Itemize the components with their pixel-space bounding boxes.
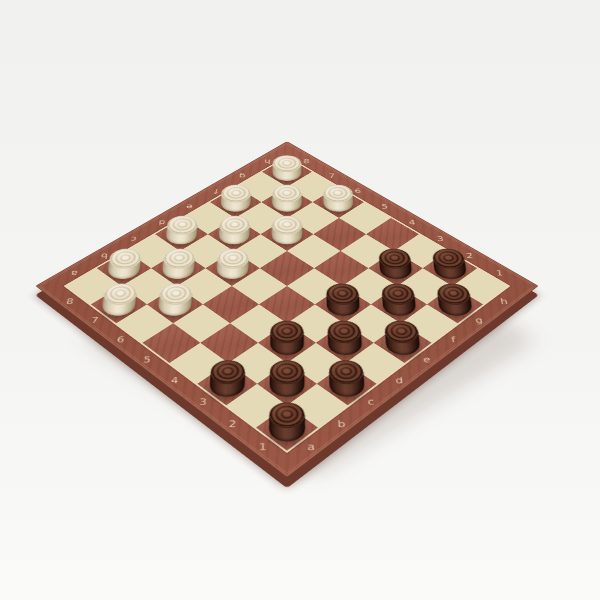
- square-g1[interactable]: [427, 286, 483, 323]
- checker-top-face: [270, 320, 304, 343]
- coord-rank-8-far-edge: 8: [303, 158, 309, 164]
- checker-cylinder: [158, 283, 193, 315]
- checker-top-face: [217, 248, 249, 268]
- checker-side-wall: [270, 331, 304, 354]
- coord-file-c-far-edge: c: [131, 235, 138, 242]
- checker-top-face: [159, 283, 193, 304]
- coord-rank-2-near-edge: 2: [228, 419, 236, 428]
- checker-shadow: [88, 288, 149, 328]
- checker-cylinder: [272, 184, 302, 211]
- checker-side-wall: [385, 331, 421, 354]
- square-e2[interactable]: [344, 304, 401, 342]
- checker-cylinder: [161, 248, 195, 278]
- square-b4[interactable]: [200, 323, 258, 363]
- coord-file-c-near-edge: c: [368, 397, 375, 406]
- coord-rank-5-near-edge: 5: [143, 355, 151, 363]
- board-frame: 8877665544332211hhggffeeddccbbaa: [35, 141, 538, 477]
- square-a1[interactable]: [256, 405, 318, 450]
- checker-cylinder: [384, 320, 421, 354]
- checker-side-wall: [269, 415, 305, 441]
- square-f2[interactable]: [371, 286, 427, 323]
- checker-shadow: [369, 288, 430, 328]
- checker-shadow: [313, 288, 374, 328]
- checker-top-face: [272, 215, 303, 234]
- coord-file-a-far-edge: a: [71, 269, 79, 276]
- checker-top-face: [272, 184, 302, 202]
- square-e1[interactable]: [374, 323, 432, 363]
- checker-top-face: [436, 283, 471, 304]
- coord-rank-1-far-edge: 1: [495, 269, 503, 276]
- checker-shadow: [425, 288, 486, 328]
- checker-cylinder: [209, 360, 245, 397]
- checker-top-face: [329, 360, 364, 384]
- checker-top-face: [210, 360, 245, 384]
- checker-cylinder: [107, 248, 143, 278]
- square-b3[interactable]: [228, 343, 287, 384]
- checker-cylinder: [326, 283, 360, 315]
- coord-rank-6-far-edge: 6: [354, 188, 361, 194]
- checker-top-face: [323, 184, 353, 202]
- checker-side-wall: [101, 294, 137, 316]
- square-a3[interactable]: [197, 363, 257, 405]
- square-f1[interactable]: [401, 304, 458, 342]
- checker-top-face: [327, 320, 361, 343]
- square-a6[interactable]: [116, 304, 173, 342]
- checker-cylinder: [327, 320, 362, 354]
- coord-rank-7-far-edge: 7: [328, 173, 335, 179]
- checker-cylinder: [436, 283, 473, 315]
- checker-shadow: [254, 408, 321, 457]
- checker-shadow: [314, 326, 376, 369]
- checker-cylinder: [270, 360, 305, 397]
- square-c2[interactable]: [287, 343, 346, 384]
- checker-cylinder: [272, 155, 301, 180]
- coord-file-g-far-edge: g: [239, 173, 246, 179]
- checker-cylinder: [323, 184, 354, 211]
- square-c1[interactable]: [317, 363, 377, 405]
- checker-cylinder: [270, 320, 304, 354]
- board-3d: 8877665544332211hhggffeeddccbbaa: [35, 141, 538, 477]
- coord-rank-5-far-edge: 5: [381, 203, 388, 209]
- coord-file-h-near-edge: h: [500, 298, 508, 305]
- checker-shadow: [144, 288, 205, 328]
- checker-top-face: [378, 248, 411, 268]
- square-d3[interactable]: [287, 304, 344, 342]
- checker-cylinder: [218, 215, 250, 243]
- square-c5[interactable]: [203, 286, 259, 323]
- checker-top-face: [273, 155, 302, 172]
- checker-cylinder: [220, 184, 251, 211]
- checker-top-face: [269, 402, 305, 428]
- coord-rank-3-far-edge: 3: [436, 235, 444, 242]
- coord-file-a-near-edge: a: [308, 442, 316, 451]
- checker-side-wall: [382, 294, 417, 316]
- square-a7[interactable]: [91, 286, 147, 323]
- checker-cylinder: [378, 248, 412, 278]
- checker-top-face: [432, 248, 466, 268]
- checker-side-wall: [329, 372, 365, 397]
- checker-side-wall: [209, 372, 245, 397]
- checker-top-face: [103, 283, 138, 304]
- perspective-camera: 8877665544332211hhggffeeddccbbaa: [0, 0, 600, 600]
- checker-top-face: [326, 283, 359, 304]
- checker-cylinder: [269, 402, 305, 441]
- coord-rank-6-near-edge: 6: [116, 336, 124, 344]
- checker-top-face: [219, 215, 250, 234]
- square-a4[interactable]: [169, 343, 228, 384]
- coord-file-h-far-edge: h: [265, 158, 271, 164]
- coord-rank-1-near-edge: 1: [258, 442, 266, 451]
- coord-file-b-near-edge: b: [338, 419, 346, 428]
- checker-cylinder: [432, 248, 468, 278]
- checker-cylinder: [165, 215, 198, 243]
- coord-file-g-near-edge: g: [475, 316, 483, 324]
- checker-top-face: [221, 184, 251, 202]
- coord-rank-8-near-edge: 8: [65, 298, 73, 305]
- coord-rank-2-far-edge: 2: [465, 252, 473, 259]
- checker-top-face: [270, 360, 305, 384]
- square-b6[interactable]: [147, 286, 203, 323]
- coord-file-d-far-edge: d: [159, 219, 166, 225]
- square-b1[interactable]: [287, 384, 348, 428]
- square-c4[interactable]: [230, 304, 287, 342]
- checker-side-wall: [437, 294, 473, 316]
- coord-file-f-near-edge: f: [451, 336, 456, 344]
- coord-rank-7-near-edge: 7: [90, 316, 98, 324]
- scene: 8877665544332211hhggffeeddccbbaa: [0, 0, 600, 600]
- checker-shadow: [372, 326, 434, 369]
- checker-shadow: [256, 326, 318, 369]
- coord-rank-4-near-edge: 4: [170, 376, 178, 384]
- checker-cylinder: [272, 215, 303, 243]
- checker-side-wall: [326, 294, 360, 316]
- checker-top-face: [381, 283, 415, 304]
- coord-file-d-near-edge: d: [396, 376, 404, 384]
- checker-top-face: [384, 320, 419, 343]
- coord-file-b-far-edge: b: [101, 252, 109, 259]
- square-d4[interactable]: [259, 286, 315, 323]
- coord-file-e-near-edge: e: [423, 355, 431, 363]
- coord-file-f-far-edge: f: [214, 188, 218, 194]
- square-a5[interactable]: [142, 323, 200, 363]
- square-c3[interactable]: [258, 323, 316, 363]
- checker-shadow: [195, 366, 260, 412]
- checker-shadow: [315, 366, 380, 412]
- coord-file-e-far-edge: e: [186, 203, 193, 209]
- square-d1[interactable]: [346, 343, 405, 384]
- square-d2[interactable]: [316, 323, 374, 363]
- checker-cylinder: [101, 283, 138, 315]
- coord-rank-3-near-edge: 3: [199, 397, 207, 406]
- square-b2[interactable]: [257, 363, 317, 405]
- checker-side-wall: [328, 331, 363, 354]
- checker-side-wall: [158, 294, 193, 316]
- square-b5[interactable]: [173, 304, 230, 342]
- checker-cylinder: [381, 283, 416, 315]
- coord-rank-4-far-edge: 4: [408, 219, 415, 225]
- checker-shadow: [255, 366, 320, 412]
- square-a2[interactable]: [226, 384, 287, 428]
- square-e3[interactable]: [315, 286, 371, 323]
- checker-side-wall: [270, 372, 305, 397]
- checker-cylinder: [216, 248, 249, 278]
- checkers-board: [66, 157, 507, 450]
- checker-cylinder: [329, 360, 365, 397]
